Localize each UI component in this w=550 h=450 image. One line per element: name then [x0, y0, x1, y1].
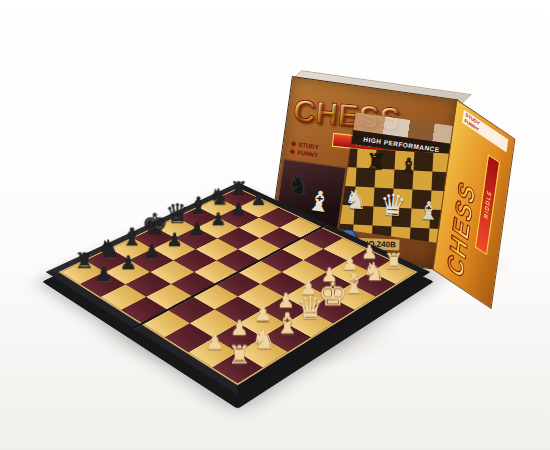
- square: [150, 260, 194, 284]
- black-pawn: ♟: [88, 265, 121, 284]
- square: ♜: [212, 352, 263, 383]
- chess-board: ♜♞♝♚♛♝♞♜♟♟♟♟♟♟♟♟♟♟♟♟♟♟♟♟♜♞♝♛♚♝♞♜: [46, 183, 431, 395]
- chess-set-product-photo: CHESS RIDDLE STUDY FUNNY ♞♝ A SERIOUS FO…: [0, 0, 550, 450]
- board-scene: ♜♞♝♚♛♝♞♜♟♟♟♟♟♟♟♟♟♟♟♟♟♟♟♟♜♞♝♛♚♝♞♜: [0, 0, 550, 450]
- square: [100, 284, 146, 310]
- white-rook: ♜: [221, 343, 258, 368]
- board-squares: ♜♞♝♚♛♝♞♜♟♟♟♟♟♟♟♟♟♟♟♟♟♟♟♟♜♞♝♛♚♝♞♜: [61, 189, 415, 383]
- square: [192, 284, 238, 310]
